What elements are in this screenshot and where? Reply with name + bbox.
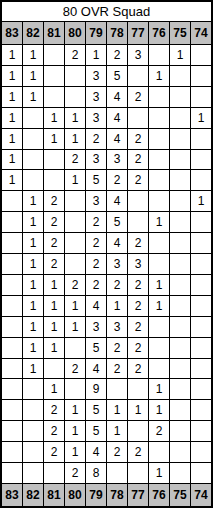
data-cell-r12-83 xyxy=(2,275,22,295)
data-cell-r10-74 xyxy=(191,233,211,253)
data-cell-r13-80: 1 xyxy=(65,296,85,316)
data-cell-r5-77: 2 xyxy=(128,129,148,149)
data-cell-r21-81 xyxy=(44,463,64,483)
data-cell-r2-82: 1 xyxy=(23,66,43,86)
data-cell-r20-75 xyxy=(170,442,190,462)
data-cell-r8-81: 2 xyxy=(44,191,64,211)
data-cell-r21-78 xyxy=(107,463,127,483)
data-cell-r6-76 xyxy=(149,150,169,170)
data-cell-r9-78: 5 xyxy=(107,212,127,232)
header-cell-79: 79 xyxy=(86,22,106,44)
data-cell-r20-81: 2 xyxy=(44,442,64,462)
data-cell-r13-79: 4 xyxy=(86,296,106,316)
data-cell-r16-80: 2 xyxy=(65,359,85,379)
data-cell-r13-76: 1 xyxy=(149,296,169,316)
data-cell-r7-80: 1 xyxy=(65,170,85,190)
data-cell-r19-74 xyxy=(191,421,211,441)
data-cell-r2-79: 3 xyxy=(86,66,106,86)
data-cell-r19-79: 5 xyxy=(86,421,106,441)
data-cell-r14-80: 1 xyxy=(65,317,85,337)
data-cell-r16-81 xyxy=(44,359,64,379)
data-cell-r2-76: 1 xyxy=(149,66,169,86)
data-cell-r16-79: 4 xyxy=(86,359,106,379)
header-cell-77: 77 xyxy=(128,22,148,44)
data-cell-r20-77: 2 xyxy=(128,442,148,462)
data-cell-r1-80: 2 xyxy=(65,45,85,65)
data-cell-r17-81: 1 xyxy=(44,379,64,399)
data-cell-r15-79: 5 xyxy=(86,338,106,358)
data-cell-r17-76: 1 xyxy=(149,379,169,399)
data-cell-r11-76 xyxy=(149,254,169,274)
data-cell-r9-80 xyxy=(65,212,85,232)
data-cell-r10-77: 2 xyxy=(128,233,148,253)
data-cell-r21-74 xyxy=(191,463,211,483)
data-cell-r3-75 xyxy=(170,87,190,107)
data-cell-r4-81: 1 xyxy=(44,108,64,128)
data-cell-r1-74 xyxy=(191,45,211,65)
data-cell-r3-74 xyxy=(191,87,211,107)
data-cell-r6-81 xyxy=(44,150,64,170)
data-cell-r4-76 xyxy=(149,108,169,128)
data-cell-r5-79: 2 xyxy=(86,129,106,149)
data-cell-r6-80: 2 xyxy=(65,150,85,170)
data-cell-r10-79: 2 xyxy=(86,233,106,253)
data-cell-r15-82: 1 xyxy=(23,338,43,358)
data-cell-r14-77: 2 xyxy=(128,317,148,337)
data-cell-r1-79: 1 xyxy=(86,45,106,65)
data-cell-r21-80: 2 xyxy=(65,463,85,483)
data-cell-r18-80: 1 xyxy=(65,400,85,420)
data-cell-r13-82: 1 xyxy=(23,296,43,316)
data-cell-r8-80 xyxy=(65,191,85,211)
data-cell-r18-78: 1 xyxy=(107,400,127,420)
data-cell-r14-76 xyxy=(149,317,169,337)
data-cell-r2-75 xyxy=(170,66,190,86)
data-cell-r7-81 xyxy=(44,170,64,190)
data-cell-r16-74 xyxy=(191,359,211,379)
data-cell-r7-83: 1 xyxy=(2,170,22,190)
data-cell-r6-74 xyxy=(191,150,211,170)
data-cell-r11-82: 1 xyxy=(23,254,43,274)
data-cell-r15-80 xyxy=(65,338,85,358)
data-cell-r10-83 xyxy=(2,233,22,253)
data-cell-r13-83 xyxy=(2,296,22,316)
data-cell-r8-83 xyxy=(2,191,22,211)
data-cell-r9-82: 1 xyxy=(23,212,43,232)
data-cell-r20-82 xyxy=(23,442,43,462)
data-cell-r17-82 xyxy=(23,379,43,399)
data-cell-r11-74 xyxy=(191,254,211,274)
data-cell-r19-75 xyxy=(170,421,190,441)
data-cell-r2-80 xyxy=(65,66,85,86)
data-cell-r18-76: 1 xyxy=(149,400,169,420)
footer-cell-74: 74 xyxy=(191,484,211,506)
data-cell-r5-81: 1 xyxy=(44,129,64,149)
data-cell-r1-83: 1 xyxy=(2,45,22,65)
data-cell-r11-80 xyxy=(65,254,85,274)
data-cell-r4-77 xyxy=(128,108,148,128)
data-cell-r15-76 xyxy=(149,338,169,358)
table-title: 80 OVR Squad xyxy=(2,2,211,21)
data-cell-r17-77 xyxy=(128,379,148,399)
footer-cell-79: 79 xyxy=(86,484,106,506)
data-cell-r13-74 xyxy=(191,296,211,316)
data-cell-r12-77: 2 xyxy=(128,275,148,295)
data-cell-r2-81 xyxy=(44,66,64,86)
data-cell-r11-75 xyxy=(170,254,190,274)
data-cell-r21-77 xyxy=(128,463,148,483)
data-cell-r3-76 xyxy=(149,87,169,107)
data-cell-r20-74 xyxy=(191,442,211,462)
data-cell-r19-77 xyxy=(128,421,148,441)
data-cell-r19-80: 1 xyxy=(65,421,85,441)
footer-cell-75: 75 xyxy=(170,484,190,506)
data-cell-r18-77: 1 xyxy=(128,400,148,420)
data-cell-r3-79: 3 xyxy=(86,87,106,107)
footer-cell-80: 80 xyxy=(65,484,85,506)
data-cell-r12-79: 2 xyxy=(86,275,106,295)
data-cell-r1-76 xyxy=(149,45,169,65)
data-cell-r6-77: 2 xyxy=(128,150,148,170)
data-cell-r4-78: 4 xyxy=(107,108,127,128)
data-cell-r19-81: 2 xyxy=(44,421,64,441)
data-cell-r16-77: 2 xyxy=(128,359,148,379)
data-cell-r7-79: 5 xyxy=(86,170,106,190)
data-cell-r14-81: 1 xyxy=(44,317,64,337)
data-cell-r8-82: 1 xyxy=(23,191,43,211)
data-cell-r5-75 xyxy=(170,129,190,149)
footer-cell-81: 81 xyxy=(44,484,64,506)
header-cell-83: 83 xyxy=(2,22,22,44)
data-cell-r21-82 xyxy=(23,463,43,483)
data-cell-r12-76: 1 xyxy=(149,275,169,295)
data-cell-r9-83 xyxy=(2,212,22,232)
header-cell-76: 76 xyxy=(149,22,169,44)
data-cell-r16-78: 2 xyxy=(107,359,127,379)
data-cell-r21-76: 1 xyxy=(149,463,169,483)
data-cell-r8-76 xyxy=(149,191,169,211)
squad-rating-table: 80 OVR Squad 838281807978777675741121231… xyxy=(0,0,213,508)
data-cell-r18-81: 2 xyxy=(44,400,64,420)
data-cell-r10-76 xyxy=(149,233,169,253)
data-cell-r13-81: 1 xyxy=(44,296,64,316)
data-cell-r6-79: 3 xyxy=(86,150,106,170)
header-cell-78: 78 xyxy=(107,22,127,44)
data-cell-r9-81: 2 xyxy=(44,212,64,232)
data-cell-r3-82: 1 xyxy=(23,87,43,107)
data-cell-r10-80 xyxy=(65,233,85,253)
data-cell-r7-82 xyxy=(23,170,43,190)
footer-cell-78: 78 xyxy=(107,484,127,506)
data-cell-r16-82: 1 xyxy=(23,359,43,379)
data-cell-r10-78: 4 xyxy=(107,233,127,253)
data-cell-r14-74 xyxy=(191,317,211,337)
data-cell-r7-74 xyxy=(191,170,211,190)
data-cell-r21-83 xyxy=(2,463,22,483)
data-cell-r9-74 xyxy=(191,212,211,232)
data-cell-r8-75 xyxy=(170,191,190,211)
data-cell-r4-79: 3 xyxy=(86,108,106,128)
data-cell-r4-74: 1 xyxy=(191,108,211,128)
header-cell-82: 82 xyxy=(23,22,43,44)
data-cell-r13-78: 1 xyxy=(107,296,127,316)
data-cell-r9-75 xyxy=(170,212,190,232)
data-cell-r18-83 xyxy=(2,400,22,420)
data-cell-r9-76: 1 xyxy=(149,212,169,232)
data-cell-r3-81 xyxy=(44,87,64,107)
data-cell-r9-77 xyxy=(128,212,148,232)
data-cell-r17-78 xyxy=(107,379,127,399)
data-cell-r14-75 xyxy=(170,317,190,337)
header-cell-74: 74 xyxy=(191,22,211,44)
data-cell-r3-83: 1 xyxy=(2,87,22,107)
data-cell-r5-82 xyxy=(23,129,43,149)
data-cell-r1-75: 1 xyxy=(170,45,190,65)
data-cell-r5-83: 1 xyxy=(2,129,22,149)
data-cell-r17-79: 9 xyxy=(86,379,106,399)
data-cell-r18-79: 5 xyxy=(86,400,106,420)
data-cell-r20-83 xyxy=(2,442,22,462)
data-cell-r1-77: 3 xyxy=(128,45,148,65)
data-cell-r15-83 xyxy=(2,338,22,358)
data-cell-r8-78: 4 xyxy=(107,191,127,211)
data-cell-r18-75 xyxy=(170,400,190,420)
data-cell-r9-79: 2 xyxy=(86,212,106,232)
data-cell-r13-75 xyxy=(170,296,190,316)
data-cell-r15-74 xyxy=(191,338,211,358)
data-cell-r19-82 xyxy=(23,421,43,441)
data-cell-r2-74 xyxy=(191,66,211,86)
data-cell-r21-79: 8 xyxy=(86,463,106,483)
data-cell-r17-74 xyxy=(191,379,211,399)
data-cell-r5-76 xyxy=(149,129,169,149)
data-cell-r11-78: 3 xyxy=(107,254,127,274)
data-cell-r7-76 xyxy=(149,170,169,190)
data-cell-r19-76: 2 xyxy=(149,421,169,441)
data-cell-r18-82 xyxy=(23,400,43,420)
data-cell-r5-80: 1 xyxy=(65,129,85,149)
data-cell-r20-80: 1 xyxy=(65,442,85,462)
data-cell-r2-77 xyxy=(128,66,148,86)
data-cell-r11-83 xyxy=(2,254,22,274)
data-cell-r17-75 xyxy=(170,379,190,399)
data-cell-r21-75 xyxy=(170,463,190,483)
data-cell-r14-82: 1 xyxy=(23,317,43,337)
data-cell-r13-77: 2 xyxy=(128,296,148,316)
data-cell-r16-75 xyxy=(170,359,190,379)
data-cell-r6-82 xyxy=(23,150,43,170)
data-cell-r2-78: 5 xyxy=(107,66,127,86)
data-cell-r6-83: 1 xyxy=(2,150,22,170)
data-cell-r6-78: 3 xyxy=(107,150,127,170)
data-cell-r14-83 xyxy=(2,317,22,337)
data-cell-r8-74: 1 xyxy=(191,191,211,211)
data-cell-r12-75 xyxy=(170,275,190,295)
footer-cell-82: 82 xyxy=(23,484,43,506)
data-cell-r7-77: 2 xyxy=(128,170,148,190)
data-cell-r5-78: 4 xyxy=(107,129,127,149)
header-cell-75: 75 xyxy=(170,22,190,44)
data-cell-r4-82 xyxy=(23,108,43,128)
data-cell-r15-75 xyxy=(170,338,190,358)
header-cell-80: 80 xyxy=(65,22,85,44)
data-cell-r11-81: 2 xyxy=(44,254,64,274)
data-cell-r8-79: 3 xyxy=(86,191,106,211)
footer-cell-76: 76 xyxy=(149,484,169,506)
data-cell-r3-80 xyxy=(65,87,85,107)
footer-cell-83: 83 xyxy=(2,484,22,506)
data-cell-r7-75 xyxy=(170,170,190,190)
data-cell-r11-77: 3 xyxy=(128,254,148,274)
data-cell-r1-81 xyxy=(44,45,64,65)
data-cell-r20-79: 4 xyxy=(86,442,106,462)
data-cell-r1-78: 2 xyxy=(107,45,127,65)
data-cell-r8-77 xyxy=(128,191,148,211)
data-cell-r4-75 xyxy=(170,108,190,128)
data-cell-r17-83 xyxy=(2,379,22,399)
data-cell-r20-78: 2 xyxy=(107,442,127,462)
data-cell-r12-80: 2 xyxy=(65,275,85,295)
data-cell-r16-76 xyxy=(149,359,169,379)
data-cell-r12-82: 1 xyxy=(23,275,43,295)
data-cell-r7-78: 2 xyxy=(107,170,127,190)
data-cell-r4-83: 1 xyxy=(2,108,22,128)
data-cell-r15-81: 1 xyxy=(44,338,64,358)
data-cell-r14-79: 3 xyxy=(86,317,106,337)
data-cell-r18-74 xyxy=(191,400,211,420)
data-cell-r10-75 xyxy=(170,233,190,253)
data-cell-r4-80: 1 xyxy=(65,108,85,128)
data-cell-r2-83: 1 xyxy=(2,66,22,86)
data-cell-r15-77: 2 xyxy=(128,338,148,358)
footer-cell-77: 77 xyxy=(128,484,148,506)
data-cell-r6-75 xyxy=(170,150,190,170)
data-cell-r19-83 xyxy=(2,421,22,441)
data-cell-r3-77: 2 xyxy=(128,87,148,107)
data-cell-r12-74 xyxy=(191,275,211,295)
data-cell-r15-78: 2 xyxy=(107,338,127,358)
data-cell-r12-78: 2 xyxy=(107,275,127,295)
data-cell-r5-74 xyxy=(191,129,211,149)
data-cell-r17-80 xyxy=(65,379,85,399)
data-cell-r11-79: 2 xyxy=(86,254,106,274)
data-cell-r19-78: 1 xyxy=(107,421,127,441)
data-cell-r20-76 xyxy=(149,442,169,462)
data-cell-r12-81: 1 xyxy=(44,275,64,295)
data-cell-r14-78: 3 xyxy=(107,317,127,337)
header-cell-81: 81 xyxy=(44,22,64,44)
data-cell-r10-82: 1 xyxy=(23,233,43,253)
data-cell-r3-78: 4 xyxy=(107,87,127,107)
data-cell-r16-83 xyxy=(2,359,22,379)
data-cell-r1-82: 1 xyxy=(23,45,43,65)
data-cell-r10-81: 2 xyxy=(44,233,64,253)
